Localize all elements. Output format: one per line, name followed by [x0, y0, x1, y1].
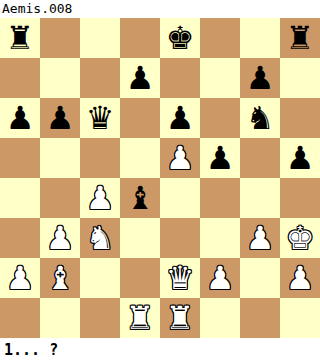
square-c7[interactable]	[80, 58, 120, 98]
piece-wP-a2[interactable]: ♟	[0, 258, 40, 298]
square-b7[interactable]	[40, 58, 80, 98]
square-e3[interactable]	[160, 218, 200, 258]
piece-wP-c4[interactable]: ♟	[80, 178, 120, 218]
piece-bP-d7[interactable]: ♟	[120, 58, 160, 98]
square-e7[interactable]	[160, 58, 200, 98]
square-g3[interactable]: ♟	[240, 218, 280, 258]
square-c4[interactable]: ♟	[80, 178, 120, 218]
square-d3[interactable]	[120, 218, 160, 258]
piece-bR-h8[interactable]: ♜	[280, 18, 320, 58]
square-c1[interactable]	[80, 298, 120, 338]
square-a5[interactable]	[0, 138, 40, 178]
square-b3[interactable]: ♟	[40, 218, 80, 258]
square-e6[interactable]: ♟	[160, 98, 200, 138]
square-f6[interactable]	[200, 98, 240, 138]
square-c2[interactable]	[80, 258, 120, 298]
piece-bP-b6[interactable]: ♟	[40, 98, 80, 138]
square-b4[interactable]	[40, 178, 80, 218]
piece-bP-g7[interactable]: ♟	[240, 58, 280, 98]
square-f3[interactable]	[200, 218, 240, 258]
square-h4[interactable]	[280, 178, 320, 218]
square-b6[interactable]: ♟	[40, 98, 80, 138]
square-d4[interactable]: ♝	[120, 178, 160, 218]
square-f1[interactable]	[200, 298, 240, 338]
square-e1[interactable]: ♜	[160, 298, 200, 338]
square-a3[interactable]	[0, 218, 40, 258]
square-g5[interactable]	[240, 138, 280, 178]
piece-wR-e1[interactable]: ♜	[160, 298, 200, 338]
piece-wP-f2[interactable]: ♟	[200, 258, 240, 298]
square-e8[interactable]: ♚	[160, 18, 200, 58]
piece-wN-c3[interactable]: ♞	[80, 218, 120, 258]
square-d6[interactable]	[120, 98, 160, 138]
square-h8[interactable]: ♜	[280, 18, 320, 58]
square-g2[interactable]	[240, 258, 280, 298]
square-h1[interactable]	[280, 298, 320, 338]
square-d7[interactable]: ♟	[120, 58, 160, 98]
piece-bP-a6[interactable]: ♟	[0, 98, 40, 138]
square-c6[interactable]: ♛	[80, 98, 120, 138]
square-f8[interactable]	[200, 18, 240, 58]
piece-wR-d1[interactable]: ♜	[120, 298, 160, 338]
square-d8[interactable]	[120, 18, 160, 58]
piece-wB-b2[interactable]: ♝	[40, 258, 80, 298]
square-d5[interactable]	[120, 138, 160, 178]
square-b2[interactable]: ♝	[40, 258, 80, 298]
square-g4[interactable]	[240, 178, 280, 218]
square-a1[interactable]	[0, 298, 40, 338]
piece-bP-h5[interactable]: ♟	[280, 138, 320, 178]
piece-bQ-c6[interactable]: ♛	[80, 98, 120, 138]
square-f7[interactable]	[200, 58, 240, 98]
square-b8[interactable]	[40, 18, 80, 58]
piece-bP-f5[interactable]: ♟	[200, 138, 240, 178]
piece-bN-g6[interactable]: ♞	[240, 98, 280, 138]
square-d2[interactable]	[120, 258, 160, 298]
piece-bR-a8[interactable]: ♜	[0, 18, 40, 58]
piece-bK-e8[interactable]: ♚	[160, 18, 200, 58]
square-g7[interactable]: ♟	[240, 58, 280, 98]
piece-bB-d4[interactable]: ♝	[120, 178, 160, 218]
move-prompt: 1... ?	[0, 338, 320, 360]
puzzle-title: Aemis.008	[0, 0, 320, 18]
chessboard: ♜♚♜♟♟♟♟♛♟♞♟♟♟♟♝♟♞♟♚♟♝♛♟♟♜♜	[0, 18, 320, 338]
square-c3[interactable]: ♞	[80, 218, 120, 258]
piece-wP-g3[interactable]: ♟	[240, 218, 280, 258]
square-c5[interactable]	[80, 138, 120, 178]
square-e5[interactable]: ♟	[160, 138, 200, 178]
square-a6[interactable]: ♟	[0, 98, 40, 138]
square-a4[interactable]	[0, 178, 40, 218]
square-d1[interactable]: ♜	[120, 298, 160, 338]
square-g6[interactable]: ♞	[240, 98, 280, 138]
piece-wK-h3[interactable]: ♚	[280, 218, 320, 258]
square-f2[interactable]: ♟	[200, 258, 240, 298]
square-a2[interactable]: ♟	[0, 258, 40, 298]
square-h6[interactable]	[280, 98, 320, 138]
square-a8[interactable]: ♜	[0, 18, 40, 58]
piece-bP-e6[interactable]: ♟	[160, 98, 200, 138]
piece-wQ-e2[interactable]: ♛	[160, 258, 200, 298]
square-f5[interactable]: ♟	[200, 138, 240, 178]
piece-wP-h2[interactable]: ♟	[280, 258, 320, 298]
square-e2[interactable]: ♛	[160, 258, 200, 298]
piece-wP-e5[interactable]: ♟	[160, 138, 200, 178]
square-a7[interactable]	[0, 58, 40, 98]
square-h5[interactable]: ♟	[280, 138, 320, 178]
square-e4[interactable]	[160, 178, 200, 218]
square-f4[interactable]	[200, 178, 240, 218]
square-b5[interactable]	[40, 138, 80, 178]
square-g8[interactable]	[240, 18, 280, 58]
square-h7[interactable]	[280, 58, 320, 98]
piece-wP-b3[interactable]: ♟	[40, 218, 80, 258]
square-c8[interactable]	[80, 18, 120, 58]
square-h2[interactable]: ♟	[280, 258, 320, 298]
square-h3[interactable]: ♚	[280, 218, 320, 258]
square-g1[interactable]	[240, 298, 280, 338]
square-b1[interactable]	[40, 298, 80, 338]
